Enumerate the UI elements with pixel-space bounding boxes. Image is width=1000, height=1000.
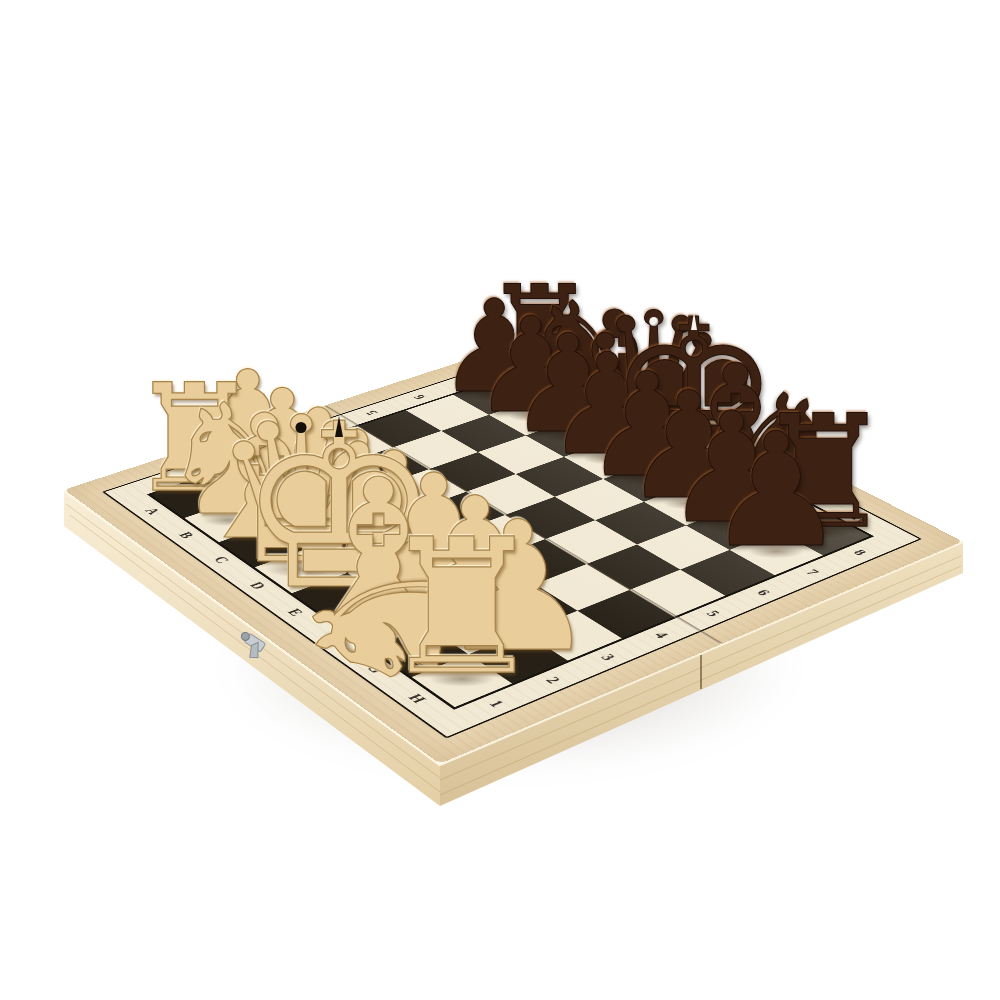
- white-spike-finial: [691, 312, 697, 330]
- pieces-layer: ♜♞♝♛♚♝♞♜♟♟♟♟♟♟♟♟♟♟♟♟♟♟♟♟♜♞♝♛♚♝♞♜: [0, 0, 1000, 1000]
- white-rook-glyph: ♜: [378, 535, 545, 680]
- product-photo-scene: AABBCCDDEEFFGGHH1122334455667788 ♜♞♝♛♚♝♞…: [0, 0, 1000, 1000]
- black-pawn-glyph: ♟: [706, 430, 847, 553]
- black-spike-finial: [335, 416, 343, 437]
